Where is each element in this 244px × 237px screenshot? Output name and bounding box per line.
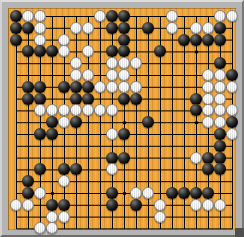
black-stone — [82, 93, 94, 105]
black-stone — [118, 152, 130, 164]
white-stone — [202, 69, 214, 81]
white-stone — [22, 199, 34, 211]
black-stone — [202, 187, 214, 199]
white-stone — [22, 10, 34, 22]
black-stone — [58, 199, 70, 211]
white-stone — [58, 34, 70, 46]
white-stone — [118, 81, 130, 93]
white-stone — [190, 199, 202, 211]
black-stone — [166, 187, 178, 199]
black-stone — [46, 199, 58, 211]
black-stone — [118, 128, 130, 140]
white-stone — [34, 34, 46, 46]
black-stone — [178, 34, 190, 46]
black-stone — [46, 128, 58, 140]
black-stone — [70, 81, 82, 93]
black-stone — [118, 10, 130, 22]
white-stone — [82, 69, 94, 81]
black-stone — [214, 34, 226, 46]
black-stone — [106, 187, 118, 199]
white-stone — [190, 152, 202, 164]
black-stone — [106, 22, 118, 34]
black-stone — [22, 22, 34, 34]
black-stone — [190, 187, 202, 199]
white-stone — [166, 10, 178, 22]
white-stone — [130, 187, 142, 199]
black-stone — [22, 93, 34, 105]
white-stone — [202, 93, 214, 105]
white-stone — [94, 81, 106, 93]
frame-corner-notch — [235, 228, 244, 237]
white-stone — [58, 211, 70, 223]
go-client-window — [0, 0, 244, 237]
black-stone — [118, 22, 130, 34]
white-stone — [142, 187, 154, 199]
black-stone — [22, 187, 34, 199]
white-stone — [82, 22, 94, 34]
white-stone — [214, 199, 226, 211]
white-stone — [154, 199, 166, 211]
black-stone — [226, 69, 238, 81]
black-stone — [190, 34, 202, 46]
white-stone — [226, 10, 238, 22]
white-stone — [202, 199, 214, 211]
black-stone — [190, 93, 202, 105]
white-stone — [214, 10, 226, 22]
black-stone — [214, 128, 226, 140]
white-stone — [70, 22, 82, 34]
black-stone — [130, 93, 142, 105]
black-stone — [34, 93, 46, 105]
black-stone — [82, 81, 94, 93]
black-stone — [202, 152, 214, 164]
white-stone — [118, 69, 130, 81]
white-stone — [202, 81, 214, 93]
white-stone — [106, 69, 118, 81]
black-stone — [214, 152, 226, 164]
white-stone — [106, 81, 118, 93]
black-stone — [34, 81, 46, 93]
black-stone — [58, 81, 70, 93]
white-stone — [214, 69, 226, 81]
white-stone — [34, 22, 46, 34]
black-stone — [70, 93, 82, 105]
black-stone — [178, 187, 190, 199]
white-stone — [226, 81, 238, 93]
black-stone — [202, 34, 214, 46]
white-stone — [34, 187, 46, 199]
white-stone — [214, 81, 226, 93]
white-stone — [166, 22, 178, 34]
white-stone — [202, 22, 214, 34]
black-stone — [118, 34, 130, 46]
white-stone — [34, 10, 46, 22]
black-stone — [106, 10, 118, 22]
white-stone — [226, 128, 238, 140]
white-stone — [190, 22, 202, 34]
white-stone — [106, 128, 118, 140]
white-stone — [214, 93, 226, 105]
white-stone — [130, 81, 142, 93]
black-stone — [106, 152, 118, 164]
white-stone — [70, 69, 82, 81]
go-board[interactable] — [8, 8, 236, 230]
black-stone — [34, 128, 46, 140]
black-stone — [106, 199, 118, 211]
white-stone — [10, 199, 22, 211]
white-stone — [46, 211, 58, 223]
white-stone — [154, 211, 166, 223]
black-stone — [214, 140, 226, 152]
black-stone — [22, 81, 34, 93]
white-stone — [94, 10, 106, 22]
black-stone — [142, 22, 154, 34]
black-stone — [130, 199, 142, 211]
black-stone — [10, 10, 22, 22]
black-stone — [118, 93, 130, 105]
black-stone — [10, 22, 22, 34]
black-stone — [10, 34, 22, 46]
black-stone — [214, 22, 226, 34]
